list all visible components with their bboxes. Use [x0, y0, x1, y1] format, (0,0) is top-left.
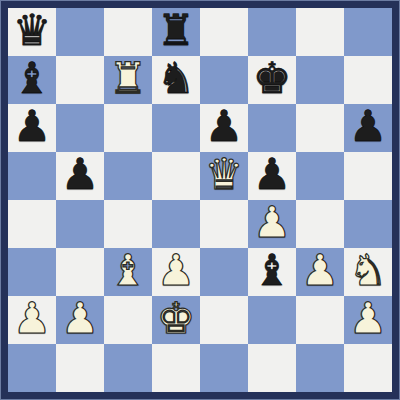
square-g8[interactable]	[296, 8, 344, 56]
square-c4[interactable]	[104, 200, 152, 248]
square-e4[interactable]	[200, 200, 248, 248]
square-d4[interactable]	[152, 200, 200, 248]
white-rook-c7[interactable]: ♜	[109, 56, 148, 102]
square-a4[interactable]	[8, 200, 56, 248]
black-pawn-h6[interactable]: ♟	[349, 104, 388, 150]
white-pawn-h2[interactable]: ♟	[349, 296, 388, 342]
square-h3[interactable]: ♞	[344, 248, 392, 296]
square-h5[interactable]	[344, 152, 392, 200]
square-h4[interactable]	[344, 200, 392, 248]
square-a6[interactable]: ♟	[8, 104, 56, 152]
square-d8[interactable]: ♜	[152, 8, 200, 56]
square-a7[interactable]: ♝	[8, 56, 56, 104]
white-pawn-a2[interactable]: ♟	[13, 296, 52, 342]
square-f6[interactable]	[248, 104, 296, 152]
chess-board: ♛♜♝♜♞♚♟♟♟♟♛♟♟♝♟♝♟♞♟♟♚♟	[8, 8, 392, 392]
square-c2[interactable]	[104, 296, 152, 344]
square-d5[interactable]	[152, 152, 200, 200]
square-h1[interactable]	[344, 344, 392, 392]
square-e5[interactable]: ♛	[200, 152, 248, 200]
square-h6[interactable]: ♟	[344, 104, 392, 152]
square-b5[interactable]: ♟	[56, 152, 104, 200]
square-b7[interactable]	[56, 56, 104, 104]
square-h7[interactable]	[344, 56, 392, 104]
square-d3[interactable]: ♟	[152, 248, 200, 296]
black-bishop-f3[interactable]: ♝	[253, 248, 292, 294]
square-e3[interactable]	[200, 248, 248, 296]
square-g4[interactable]	[296, 200, 344, 248]
white-pawn-d3[interactable]: ♟	[157, 248, 196, 294]
square-d1[interactable]	[152, 344, 200, 392]
square-a2[interactable]: ♟	[8, 296, 56, 344]
square-f1[interactable]	[248, 344, 296, 392]
black-pawn-b5[interactable]: ♟	[61, 152, 100, 198]
square-a3[interactable]	[8, 248, 56, 296]
square-a5[interactable]	[8, 152, 56, 200]
square-c3[interactable]: ♝	[104, 248, 152, 296]
square-g1[interactable]	[296, 344, 344, 392]
black-king-f7[interactable]: ♚	[253, 56, 292, 102]
square-b8[interactable]	[56, 8, 104, 56]
white-bishop-c3[interactable]: ♝	[109, 248, 148, 294]
square-g6[interactable]	[296, 104, 344, 152]
square-e2[interactable]	[200, 296, 248, 344]
square-b1[interactable]	[56, 344, 104, 392]
black-bishop-a7[interactable]: ♝	[13, 56, 52, 102]
black-knight-d7[interactable]: ♞	[157, 56, 196, 102]
square-a1[interactable]	[8, 344, 56, 392]
white-knight-h3[interactable]: ♞	[349, 248, 388, 294]
white-king-d2[interactable]: ♚	[157, 296, 196, 342]
square-a8[interactable]: ♛	[8, 8, 56, 56]
square-f7[interactable]: ♚	[248, 56, 296, 104]
square-g7[interactable]	[296, 56, 344, 104]
white-pawn-g3[interactable]: ♟	[301, 248, 340, 294]
square-f3[interactable]: ♝	[248, 248, 296, 296]
black-rook-d8[interactable]: ♜	[157, 8, 196, 54]
square-e1[interactable]	[200, 344, 248, 392]
square-c7[interactable]: ♜	[104, 56, 152, 104]
square-c5[interactable]	[104, 152, 152, 200]
square-d6[interactable]	[152, 104, 200, 152]
white-pawn-b2[interactable]: ♟	[61, 296, 100, 342]
black-queen-a8[interactable]: ♛	[13, 8, 52, 54]
white-queen-e5[interactable]: ♛	[205, 152, 244, 198]
square-f8[interactable]	[248, 8, 296, 56]
square-b6[interactable]	[56, 104, 104, 152]
square-h2[interactable]: ♟	[344, 296, 392, 344]
black-pawn-a6[interactable]: ♟	[13, 104, 52, 150]
square-f4[interactable]: ♟	[248, 200, 296, 248]
square-f5[interactable]: ♟	[248, 152, 296, 200]
square-e6[interactable]: ♟	[200, 104, 248, 152]
square-e7[interactable]	[200, 56, 248, 104]
square-e8[interactable]	[200, 8, 248, 56]
white-pawn-f4[interactable]: ♟	[253, 200, 292, 246]
square-c8[interactable]	[104, 8, 152, 56]
black-pawn-e6[interactable]: ♟	[205, 104, 244, 150]
square-d2[interactable]: ♚	[152, 296, 200, 344]
square-c1[interactable]	[104, 344, 152, 392]
board-frame: ♛♜♝♜♞♚♟♟♟♟♛♟♟♝♟♝♟♞♟♟♚♟	[0, 0, 400, 400]
square-f2[interactable]	[248, 296, 296, 344]
square-g5[interactable]	[296, 152, 344, 200]
square-c6[interactable]	[104, 104, 152, 152]
square-b3[interactable]	[56, 248, 104, 296]
square-b4[interactable]	[56, 200, 104, 248]
black-pawn-f5[interactable]: ♟	[253, 152, 292, 198]
square-g2[interactable]	[296, 296, 344, 344]
square-b2[interactable]: ♟	[56, 296, 104, 344]
square-h8[interactable]	[344, 8, 392, 56]
square-d7[interactable]: ♞	[152, 56, 200, 104]
square-g3[interactable]: ♟	[296, 248, 344, 296]
